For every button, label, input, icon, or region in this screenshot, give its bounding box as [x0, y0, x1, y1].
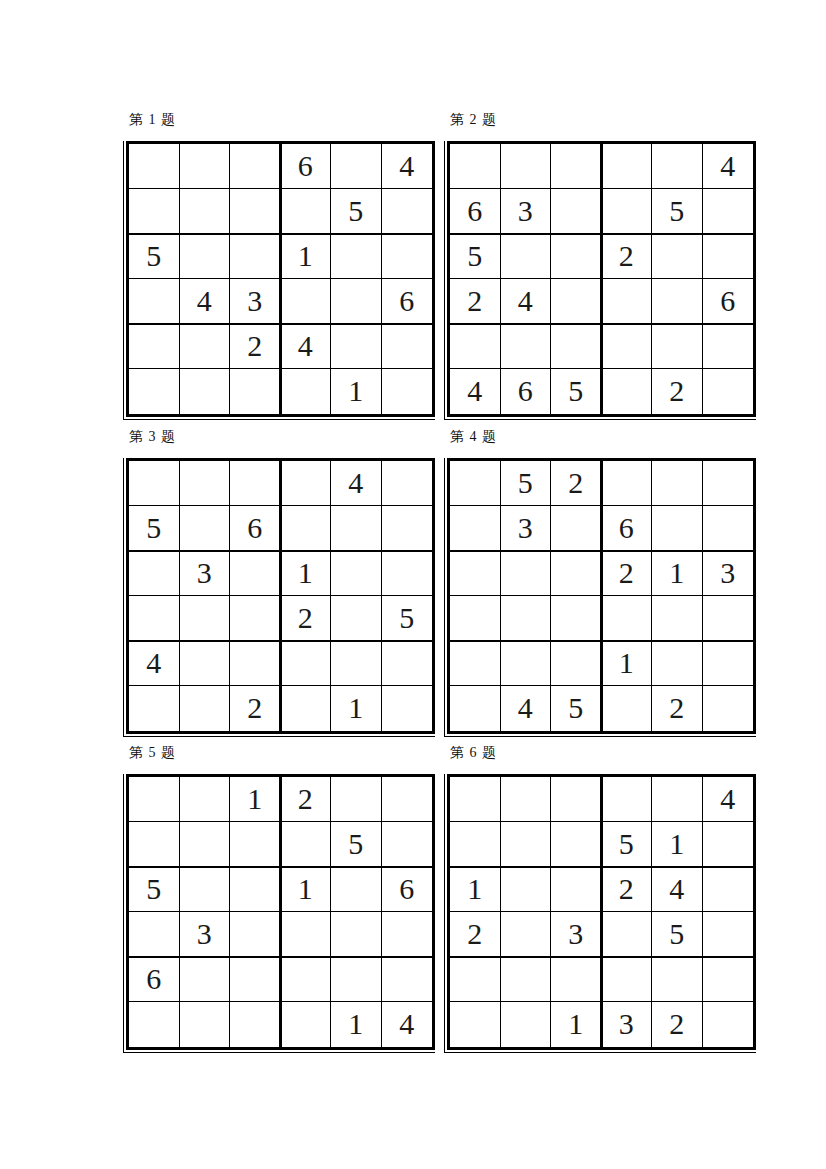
- cell-r6c5: 2: [652, 686, 703, 731]
- cell-r3c6[interactable]: [703, 234, 754, 279]
- cell-r2c2: 3: [501, 506, 552, 551]
- cell-r5c5[interactable]: [331, 324, 382, 369]
- cell-r2c6[interactable]: [382, 822, 433, 867]
- cell-r6c5: 1: [331, 686, 382, 731]
- cell-r3c1[interactable]: [129, 551, 180, 596]
- cell-r6c3: 2: [230, 686, 281, 731]
- puzzle-4: 第 4 题 52362131452: [444, 429, 764, 737]
- cell-r4c6: 6: [382, 279, 433, 324]
- cell-r3c1: 5: [129, 867, 180, 912]
- cell-r4c4[interactable]: [281, 912, 332, 957]
- cell-r2c6[interactable]: [382, 189, 433, 234]
- cell-r6c4[interactable]: [602, 369, 653, 414]
- cell-r1c3: 1: [230, 777, 281, 822]
- puzzle-6-title: 第 6 题: [450, 745, 764, 761]
- cell-r1c2: 5: [501, 461, 552, 506]
- cell-r6c3: 5: [551, 686, 602, 731]
- cell-r3c3[interactable]: [551, 551, 602, 596]
- cell-r3c3[interactable]: [230, 234, 281, 279]
- sudoku-grid-1: 64551436241: [126, 141, 435, 417]
- cell-r2c2[interactable]: [180, 506, 231, 551]
- cell-r1c2[interactable]: [501, 144, 552, 189]
- cell-r2c2[interactable]: [180, 822, 231, 867]
- cell-r4c6: 5: [382, 596, 433, 641]
- cell-r2c4: 6: [602, 506, 653, 551]
- cell-r6c3: 5: [551, 369, 602, 414]
- cell-r4c5[interactable]: [331, 912, 382, 957]
- cell-r3c6: 6: [382, 867, 433, 912]
- cell-r3c1[interactable]: [450, 551, 501, 596]
- cell-r6c1[interactable]: [129, 369, 180, 414]
- cell-r6c5: 2: [652, 1002, 703, 1047]
- cell-r5c6[interactable]: [382, 641, 433, 686]
- cell-r2c1[interactable]: [129, 822, 180, 867]
- cell-r2c3[interactable]: [230, 822, 281, 867]
- cell-r1c1[interactable]: [129, 777, 180, 822]
- cell-r1c4[interactable]: [602, 461, 653, 506]
- cell-r5c1[interactable]: [450, 957, 501, 1002]
- cell-r4c1[interactable]: [129, 912, 180, 957]
- sudoku-grid-6: 451124235132: [447, 774, 756, 1050]
- cell-r5c2[interactable]: [501, 957, 552, 1002]
- cell-r3c4: 2: [602, 234, 653, 279]
- cell-r5c2[interactable]: [180, 324, 231, 369]
- cell-r1c1[interactable]: [450, 461, 501, 506]
- cell-r5c3[interactable]: [230, 957, 281, 1002]
- cell-r1c2[interactable]: [501, 777, 552, 822]
- cell-r5c6[interactable]: [382, 324, 433, 369]
- cell-r4c2: 4: [180, 279, 231, 324]
- cell-r4c1[interactable]: [129, 279, 180, 324]
- cell-r1c3[interactable]: [551, 144, 602, 189]
- cell-r2c3[interactable]: [551, 189, 602, 234]
- cell-r2c6[interactable]: [703, 822, 754, 867]
- cell-r5c1[interactable]: [129, 324, 180, 369]
- cell-r4c2[interactable]: [180, 596, 231, 641]
- puzzle-6: 第 6 题 451124235132: [444, 745, 764, 1053]
- cell-r3c5: 1: [652, 551, 703, 596]
- cell-r4c4: 2: [281, 596, 332, 641]
- cell-r6c4[interactable]: [281, 369, 332, 414]
- cell-r3c5[interactable]: [331, 234, 382, 279]
- cell-r5c4[interactable]: [281, 957, 332, 1002]
- puzzle-6-frame: 451124235132: [444, 774, 756, 1053]
- cell-r3c6: 3: [703, 551, 754, 596]
- cell-r1c4[interactable]: [602, 144, 653, 189]
- cell-r4c5: 5: [652, 912, 703, 957]
- cell-r4c4[interactable]: [602, 596, 653, 641]
- cell-r1c4[interactable]: [281, 461, 332, 506]
- cell-r5c4[interactable]: [602, 957, 653, 1002]
- cell-r6c5: 2: [652, 369, 703, 414]
- cell-r6c6: 4: [382, 1002, 433, 1047]
- cell-r1c3[interactable]: [551, 777, 602, 822]
- cell-r2c4[interactable]: [281, 189, 332, 234]
- cell-r4c2[interactable]: [501, 596, 552, 641]
- cell-r4c1: 2: [450, 279, 501, 324]
- cell-r3c2[interactable]: [501, 234, 552, 279]
- cell-r5c2[interactable]: [180, 957, 231, 1002]
- cell-r4c2: 3: [180, 912, 231, 957]
- cell-r4c2[interactable]: [501, 912, 552, 957]
- cell-r2c6[interactable]: [382, 506, 433, 551]
- cell-r2c5: 5: [331, 189, 382, 234]
- cell-r1c3[interactable]: [230, 461, 281, 506]
- puzzle-1: 第 1 题 64551436241: [123, 112, 443, 420]
- cell-r2c6[interactable]: [703, 506, 754, 551]
- puzzle-4-title: 第 4 题: [450, 429, 764, 445]
- cell-r3c5[interactable]: [652, 234, 703, 279]
- cell-r1c5[interactable]: [331, 144, 382, 189]
- cell-r6c1[interactable]: [450, 1002, 501, 1047]
- cell-r2c1: 6: [450, 189, 501, 234]
- cell-r2c5: 1: [652, 822, 703, 867]
- cell-r4c3[interactable]: [230, 596, 281, 641]
- cell-r6c2[interactable]: [180, 686, 231, 731]
- cell-r2c5: 5: [331, 822, 382, 867]
- puzzle-5-title: 第 5 题: [129, 745, 443, 761]
- cell-r4c1: 2: [450, 912, 501, 957]
- cell-r1c1[interactable]: [129, 144, 180, 189]
- cell-r4c3[interactable]: [551, 596, 602, 641]
- cell-r2c4: 5: [602, 822, 653, 867]
- cell-r2c3[interactable]: [551, 822, 602, 867]
- cell-r6c1[interactable]: [129, 686, 180, 731]
- cell-r2c2: 3: [501, 189, 552, 234]
- cell-r3c3[interactable]: [551, 867, 602, 912]
- cell-r5c2[interactable]: [180, 641, 231, 686]
- cell-r5c6[interactable]: [382, 957, 433, 1002]
- cell-r5c3[interactable]: [551, 324, 602, 369]
- cell-r2c1[interactable]: [129, 189, 180, 234]
- cell-r5c5[interactable]: [652, 957, 703, 1002]
- cell-r3c4: 1: [281, 234, 332, 279]
- worksheet-page: 第 1 题 64551436241 第 2 题 4635522464652 第 …: [0, 0, 826, 1169]
- cell-r3c2: 3: [180, 551, 231, 596]
- sudoku-grid-3: 4563125421: [126, 458, 435, 734]
- cell-r6c2: 4: [501, 686, 552, 731]
- cell-r4c6[interactable]: [382, 912, 433, 957]
- cell-r2c5[interactable]: [652, 506, 703, 551]
- cell-r5c2[interactable]: [501, 641, 552, 686]
- cell-r3c2[interactable]: [180, 867, 231, 912]
- cell-r6c2[interactable]: [180, 1002, 231, 1047]
- cell-r1c1[interactable]: [450, 144, 501, 189]
- cell-r1c3: 2: [551, 461, 602, 506]
- cell-r4c4[interactable]: [602, 279, 653, 324]
- cell-r2c1: 5: [129, 506, 180, 551]
- sudoku-grid-2: 4635522464652: [447, 141, 756, 417]
- cell-r4c4[interactable]: [281, 279, 332, 324]
- cell-r2c2[interactable]: [501, 822, 552, 867]
- cell-r1c6: 4: [703, 777, 754, 822]
- cell-r3c3[interactable]: [230, 551, 281, 596]
- cell-r5c5[interactable]: [331, 957, 382, 1002]
- cell-r6c6[interactable]: [382, 686, 433, 731]
- puzzle-5: 第 5 题 1255163614: [123, 745, 443, 1053]
- cell-r2c4[interactable]: [602, 189, 653, 234]
- puzzle-4-frame: 52362131452: [444, 458, 756, 737]
- cell-r6c4: 3: [602, 1002, 653, 1047]
- sudoku-grid-5: 1255163614: [126, 774, 435, 1050]
- cell-r5c5[interactable]: [652, 641, 703, 686]
- cell-r5c4[interactable]: [281, 641, 332, 686]
- cell-r5c3: 2: [230, 324, 281, 369]
- cell-r4c5[interactable]: [652, 596, 703, 641]
- puzzle-3: 第 3 题 4563125421: [123, 429, 443, 737]
- cell-r2c4[interactable]: [281, 822, 332, 867]
- cell-r5c3[interactable]: [551, 957, 602, 1002]
- cell-r5c2[interactable]: [501, 324, 552, 369]
- cell-r3c2[interactable]: [501, 867, 552, 912]
- cell-r1c6[interactable]: [703, 461, 754, 506]
- cell-r3c4: 1: [281, 867, 332, 912]
- cell-r3c1: 5: [129, 234, 180, 279]
- cell-r4c6[interactable]: [703, 912, 754, 957]
- cell-r6c3[interactable]: [230, 1002, 281, 1047]
- cell-r5c1: 4: [129, 641, 180, 686]
- cell-r4c3[interactable]: [551, 279, 602, 324]
- cell-r6c2[interactable]: [180, 369, 231, 414]
- cell-r3c5[interactable]: [331, 551, 382, 596]
- cell-r5c4[interactable]: [602, 324, 653, 369]
- cell-r3c6[interactable]: [703, 867, 754, 912]
- puzzle-1-frame: 64551436241: [123, 141, 435, 420]
- cell-r1c5[interactable]: [331, 777, 382, 822]
- cell-r3c3[interactable]: [230, 867, 281, 912]
- cell-r4c5[interactable]: [331, 596, 382, 641]
- puzzle-2-title: 第 2 题: [450, 112, 764, 128]
- cell-r2c3[interactable]: [551, 506, 602, 551]
- cell-r6c3[interactable]: [230, 369, 281, 414]
- cell-r1c6[interactable]: [382, 777, 433, 822]
- cell-r4c6[interactable]: [703, 596, 754, 641]
- cell-r1c2[interactable]: [180, 144, 231, 189]
- cell-r3c5[interactable]: [331, 867, 382, 912]
- cell-r1c4: 6: [281, 144, 332, 189]
- cell-r5c4: 1: [602, 641, 653, 686]
- cell-r6c6[interactable]: [382, 369, 433, 414]
- cell-r2c3[interactable]: [230, 189, 281, 234]
- cell-r3c2[interactable]: [501, 551, 552, 596]
- puzzle-3-title: 第 3 题: [129, 429, 443, 445]
- cell-r6c1[interactable]: [450, 686, 501, 731]
- cell-r3c4: 2: [602, 867, 653, 912]
- cell-r6c4[interactable]: [281, 686, 332, 731]
- cell-r5c5[interactable]: [652, 324, 703, 369]
- cell-r3c5: 4: [652, 867, 703, 912]
- cell-r4c6: 6: [703, 279, 754, 324]
- puzzle-1-title: 第 1 题: [129, 112, 443, 128]
- cell-r3c1: 1: [450, 867, 501, 912]
- cell-r1c6[interactable]: [382, 461, 433, 506]
- cell-r3c6[interactable]: [382, 234, 433, 279]
- cell-r3c6[interactable]: [382, 551, 433, 596]
- cell-r5c3[interactable]: [551, 641, 602, 686]
- cell-r1c6: 4: [382, 144, 433, 189]
- cell-r3c4: 2: [602, 551, 653, 596]
- cell-r6c2[interactable]: [501, 1002, 552, 1047]
- cell-r1c5[interactable]: [652, 144, 703, 189]
- cell-r2c1[interactable]: [450, 822, 501, 867]
- cell-r5c6[interactable]: [703, 324, 754, 369]
- cell-r6c2: 6: [501, 369, 552, 414]
- sudoku-grid-4: 52362131452: [447, 458, 756, 734]
- cell-r5c4: 4: [281, 324, 332, 369]
- cell-r2c3: 6: [230, 506, 281, 551]
- cell-r6c5: 1: [331, 1002, 382, 1047]
- cell-r4c4[interactable]: [602, 912, 653, 957]
- cell-r6c1[interactable]: [129, 1002, 180, 1047]
- cell-r6c4[interactable]: [281, 1002, 332, 1047]
- cell-r5c3[interactable]: [230, 641, 281, 686]
- cell-r1c6: 4: [703, 144, 754, 189]
- puzzle-2-frame: 4635522464652: [444, 141, 756, 420]
- cell-r4c5[interactable]: [331, 279, 382, 324]
- cell-r6c4[interactable]: [602, 686, 653, 731]
- cell-r5c1[interactable]: [450, 324, 501, 369]
- cell-r5c6[interactable]: [703, 641, 754, 686]
- cell-r6c6[interactable]: [703, 369, 754, 414]
- cell-r4c1[interactable]: [450, 596, 501, 641]
- cell-r4c5[interactable]: [652, 279, 703, 324]
- cell-r1c2[interactable]: [180, 461, 231, 506]
- cell-r2c5: 5: [652, 189, 703, 234]
- cell-r4c2: 4: [501, 279, 552, 324]
- cell-r3c2[interactable]: [180, 234, 231, 279]
- cell-r6c6[interactable]: [703, 1002, 754, 1047]
- cell-r2c2[interactable]: [180, 189, 231, 234]
- cell-r1c5: 4: [331, 461, 382, 506]
- cell-r6c6[interactable]: [703, 686, 754, 731]
- cell-r1c4[interactable]: [602, 777, 653, 822]
- cell-r6c3: 1: [551, 1002, 602, 1047]
- cell-r6c1: 4: [450, 369, 501, 414]
- cell-r4c3: 3: [551, 912, 602, 957]
- cell-r1c2[interactable]: [180, 777, 231, 822]
- cell-r5c1[interactable]: [450, 641, 501, 686]
- cell-r1c5[interactable]: [652, 777, 703, 822]
- cell-r3c1: 5: [450, 234, 501, 279]
- cell-r1c1[interactable]: [129, 461, 180, 506]
- cell-r5c5[interactable]: [331, 641, 382, 686]
- cell-r4c3[interactable]: [230, 912, 281, 957]
- cell-r5c1: 6: [129, 957, 180, 1002]
- cell-r5c6[interactable]: [703, 957, 754, 1002]
- cell-r2c4[interactable]: [281, 506, 332, 551]
- puzzle-5-frame: 1255163614: [123, 774, 435, 1053]
- cell-r1c3[interactable]: [230, 144, 281, 189]
- cell-r3c3[interactable]: [551, 234, 602, 279]
- puzzle-2: 第 2 题 4635522464652: [444, 112, 764, 420]
- puzzle-3-frame: 4563125421: [123, 458, 435, 737]
- cell-r4c3: 3: [230, 279, 281, 324]
- cell-r3c4: 1: [281, 551, 332, 596]
- cell-r4c1[interactable]: [129, 596, 180, 641]
- cell-r6c5: 1: [331, 369, 382, 414]
- cell-r2c1[interactable]: [450, 506, 501, 551]
- cell-r1c4: 2: [281, 777, 332, 822]
- cell-r1c5[interactable]: [652, 461, 703, 506]
- cell-r2c5[interactable]: [331, 506, 382, 551]
- cell-r1c1[interactable]: [450, 777, 501, 822]
- cell-r2c6[interactable]: [703, 189, 754, 234]
